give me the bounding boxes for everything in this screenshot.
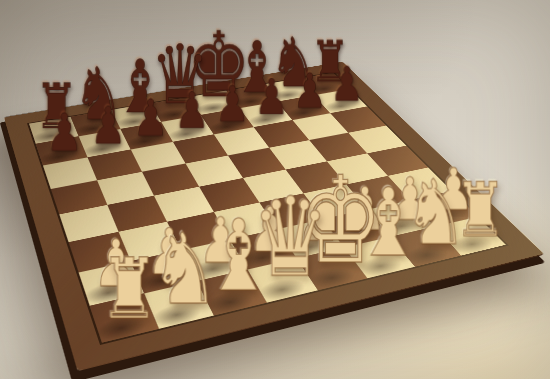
piece-black-pawn[interactable]: ♟ [90, 99, 126, 151]
piece-white-knight[interactable]: ♞ [150, 220, 219, 318]
square-a1[interactable]: ♜ [90, 293, 159, 342]
piece-white-rook[interactable]: ♜ [100, 248, 159, 332]
scene-backdrop: ♜♞♝♛♚♝♞♜♟♟♟♟♟♟♟♟♟♟♟♟♟♟♟♟♜♞♝♛♚♝♞♜ [0, 0, 550, 379]
board-squares: ♜♞♝♛♚♝♞♜♟♟♟♟♟♟♟♟♟♟♟♟♟♟♟♟♜♞♝♛♚♝♞♜ [29, 73, 506, 343]
piece-black-pawn[interactable]: ♟ [293, 66, 327, 114]
piece-black-pawn[interactable]: ♟ [133, 93, 169, 144]
piece-black-pawn[interactable]: ♟ [215, 79, 250, 129]
piece-black-pawn[interactable]: ♟ [330, 60, 364, 108]
piece-black-pawn[interactable]: ♟ [174, 86, 209, 136]
piece-black-pawn[interactable]: ♟ [254, 73, 289, 122]
chess-board: ♜♞♝♛♚♝♞♜♟♟♟♟♟♟♟♟♟♟♟♟♟♟♟♟♜♞♝♛♚♝♞♜ [4, 62, 544, 371]
piece-black-pawn[interactable]: ♟ [46, 107, 83, 159]
